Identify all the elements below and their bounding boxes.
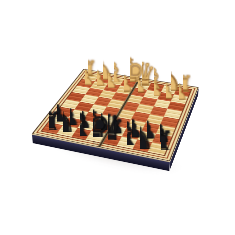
scene: ♜♞♝♚♛♝♞♜♟♟♟♟♟♟♟♟♟♟♟♟♟♟♟♟♜♞♝♚♛♝♞♜ [0, 0, 235, 235]
chess-board: ♜♞♝♚♛♝♞♜♟♟♟♟♟♟♟♟♟♟♟♟♟♟♟♟♜♞♝♚♛♝♞♜ [32, 69, 199, 161]
product-photo-chess-set: { "game": "chess", "scene": { "type": "p… [0, 0, 235, 235]
